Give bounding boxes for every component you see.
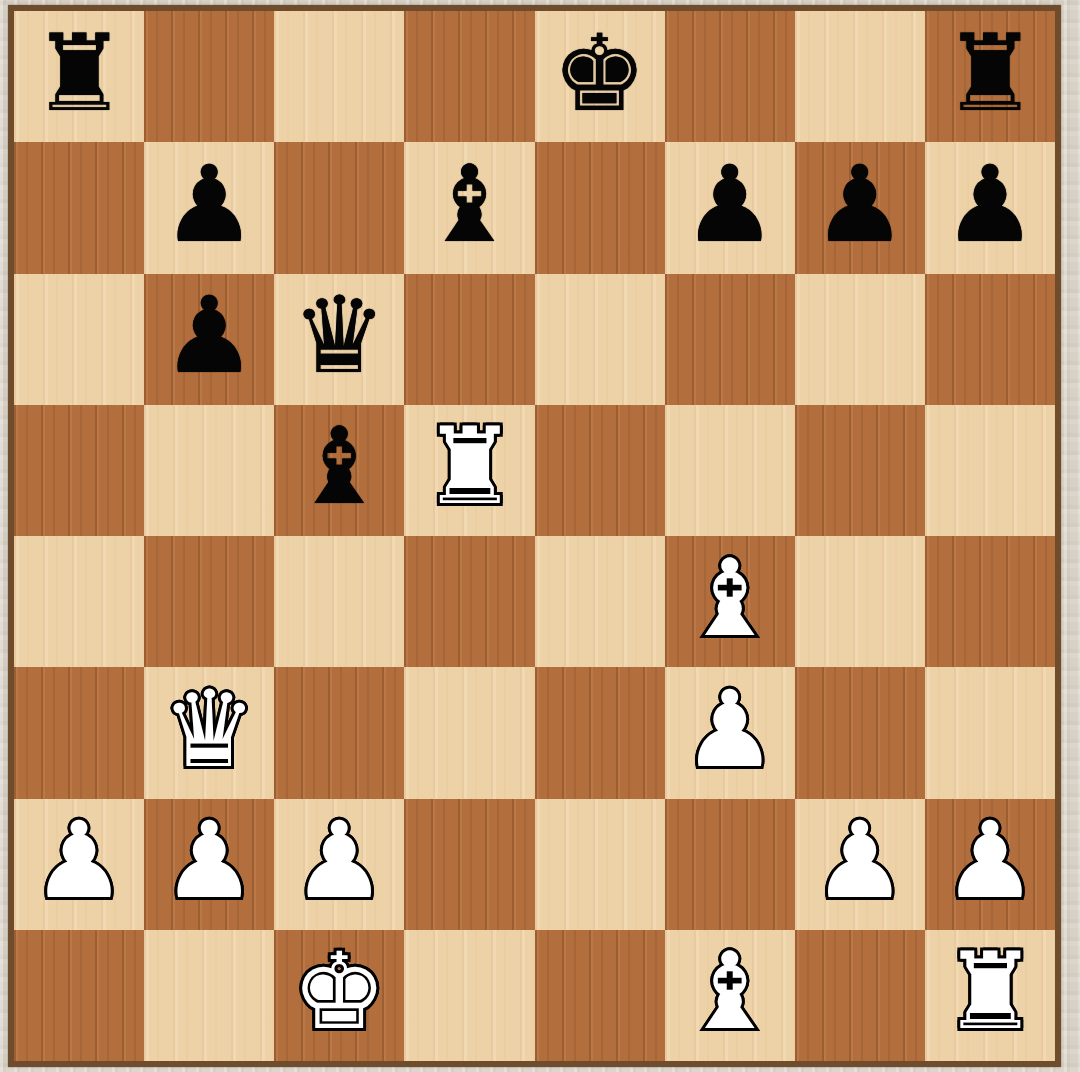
white-bishop[interactable]: ♝ [682, 546, 777, 652]
square-g1[interactable] [795, 930, 925, 1061]
white-pawn[interactable]: ♟ [162, 808, 257, 914]
white-rook[interactable]: ♜ [422, 414, 517, 520]
square-c3[interactable] [274, 667, 404, 798]
square-h1[interactable]: ♜ [925, 930, 1055, 1061]
white-rook[interactable]: ♜ [942, 939, 1037, 1045]
square-c7[interactable] [274, 142, 404, 273]
square-c1[interactable]: ♚ [274, 930, 404, 1061]
black-rook[interactable]: ♜ [942, 21, 1037, 127]
square-f5[interactable] [665, 405, 795, 536]
square-g3[interactable] [795, 667, 925, 798]
square-h2[interactable]: ♟ [925, 799, 1055, 930]
square-a4[interactable] [14, 536, 144, 667]
square-h7[interactable]: ♟ [925, 142, 1055, 273]
board-frame: ♜♚♜♟♝♟♟♟♟♛♝♜♝♛♟♟♟♟♟♟♚♝♜ [8, 5, 1061, 1067]
square-f6[interactable] [665, 274, 795, 405]
square-e8[interactable]: ♚ [535, 11, 665, 142]
square-c5[interactable]: ♝ [274, 405, 404, 536]
square-h3[interactable] [925, 667, 1055, 798]
white-pawn[interactable]: ♟ [292, 808, 387, 914]
white-king[interactable]: ♚ [292, 939, 387, 1045]
square-a3[interactable] [14, 667, 144, 798]
square-b5[interactable] [144, 405, 274, 536]
square-d6[interactable] [404, 274, 534, 405]
square-b8[interactable] [144, 11, 274, 142]
square-b3[interactable]: ♛ [144, 667, 274, 798]
square-h6[interactable] [925, 274, 1055, 405]
square-c6[interactable]: ♛ [274, 274, 404, 405]
square-e1[interactable] [535, 930, 665, 1061]
black-bishop[interactable]: ♝ [292, 414, 387, 520]
square-b2[interactable]: ♟ [144, 799, 274, 930]
square-f7[interactable]: ♟ [665, 142, 795, 273]
black-king[interactable]: ♚ [552, 21, 647, 127]
square-c4[interactable] [274, 536, 404, 667]
square-a7[interactable] [14, 142, 144, 273]
white-pawn[interactable]: ♟ [942, 808, 1037, 914]
square-b7[interactable]: ♟ [144, 142, 274, 273]
square-d7[interactable]: ♝ [404, 142, 534, 273]
white-pawn[interactable]: ♟ [812, 808, 907, 914]
square-g5[interactable] [795, 405, 925, 536]
page-background: ♜♚♜♟♝♟♟♟♟♛♝♜♝♛♟♟♟♟♟♟♚♝♜ [0, 0, 1080, 1072]
square-e2[interactable] [535, 799, 665, 930]
black-pawn[interactable]: ♟ [162, 152, 257, 258]
chess-board: ♜♚♜♟♝♟♟♟♟♛♝♜♝♛♟♟♟♟♟♟♚♝♜ [14, 11, 1055, 1061]
square-d4[interactable] [404, 536, 534, 667]
square-b1[interactable] [144, 930, 274, 1061]
square-e3[interactable] [535, 667, 665, 798]
square-d3[interactable] [404, 667, 534, 798]
square-h5[interactable] [925, 405, 1055, 536]
square-f4[interactable]: ♝ [665, 536, 795, 667]
square-c8[interactable] [274, 11, 404, 142]
square-b6[interactable]: ♟ [144, 274, 274, 405]
square-g6[interactable] [795, 274, 925, 405]
square-a5[interactable] [14, 405, 144, 536]
square-e6[interactable] [535, 274, 665, 405]
square-a8[interactable]: ♜ [14, 11, 144, 142]
square-f1[interactable]: ♝ [665, 930, 795, 1061]
black-rook[interactable]: ♜ [32, 21, 127, 127]
square-d1[interactable] [404, 930, 534, 1061]
square-f3[interactable]: ♟ [665, 667, 795, 798]
square-a6[interactable] [14, 274, 144, 405]
black-pawn[interactable]: ♟ [682, 152, 777, 258]
square-a2[interactable]: ♟ [14, 799, 144, 930]
white-pawn[interactable]: ♟ [32, 808, 127, 914]
square-d2[interactable] [404, 799, 534, 930]
square-h8[interactable]: ♜ [925, 11, 1055, 142]
square-f8[interactable] [665, 11, 795, 142]
square-f2[interactable] [665, 799, 795, 930]
black-pawn[interactable]: ♟ [812, 152, 907, 258]
square-g4[interactable] [795, 536, 925, 667]
black-pawn[interactable]: ♟ [942, 152, 1037, 258]
white-queen[interactable]: ♛ [162, 677, 257, 783]
square-b4[interactable] [144, 536, 274, 667]
black-bishop[interactable]: ♝ [422, 152, 517, 258]
white-bishop[interactable]: ♝ [682, 939, 777, 1045]
square-g2[interactable]: ♟ [795, 799, 925, 930]
black-queen[interactable]: ♛ [292, 283, 387, 389]
white-pawn[interactable]: ♟ [682, 677, 777, 783]
square-g7[interactable]: ♟ [795, 142, 925, 273]
square-g8[interactable] [795, 11, 925, 142]
square-h4[interactable] [925, 536, 1055, 667]
square-e4[interactable] [535, 536, 665, 667]
square-a1[interactable] [14, 930, 144, 1061]
black-pawn[interactable]: ♟ [162, 283, 257, 389]
square-e7[interactable] [535, 142, 665, 273]
square-c2[interactable]: ♟ [274, 799, 404, 930]
square-e5[interactable] [535, 405, 665, 536]
square-d5[interactable]: ♜ [404, 405, 534, 536]
square-d8[interactable] [404, 11, 534, 142]
